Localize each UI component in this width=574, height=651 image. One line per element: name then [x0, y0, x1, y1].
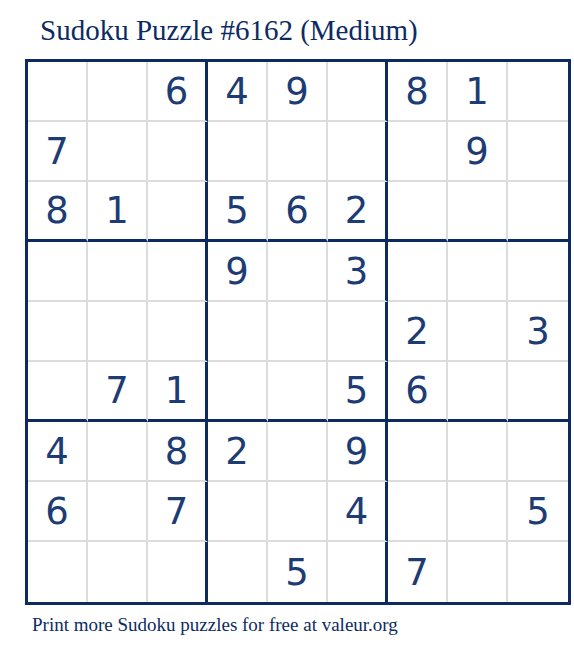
cell-r7c6[interactable]: 9 [328, 422, 388, 482]
given-digit: 2 [225, 433, 249, 470]
cell-r5c3[interactable] [148, 302, 208, 362]
cell-r8c4[interactable] [208, 482, 268, 542]
cell-r1c8[interactable]: 1 [448, 62, 508, 122]
given-digit: 2 [345, 192, 369, 229]
given-digit: 8 [45, 192, 69, 229]
cell-r9c3[interactable] [148, 542, 208, 602]
given-digit: 3 [526, 313, 550, 350]
cell-r8c5[interactable] [268, 482, 328, 542]
cell-r6c6[interactable]: 5 [328, 362, 388, 422]
cell-r4c6[interactable]: 3 [328, 242, 388, 302]
cell-r9c7[interactable]: 7 [388, 542, 448, 602]
cell-r2c1[interactable]: 7 [28, 122, 88, 182]
cell-r8c8[interactable] [448, 482, 508, 542]
given-digit: 4 [45, 433, 69, 470]
cell-r6c1[interactable] [28, 362, 88, 422]
cell-r8c2[interactable] [88, 482, 148, 542]
footer-text: Print more Sudoku puzzles for free at va… [32, 614, 398, 636]
cell-r5c1[interactable] [28, 302, 88, 362]
given-digit: 5 [526, 493, 550, 530]
cell-r5c8[interactable] [448, 302, 508, 362]
cell-r8c1[interactable]: 6 [28, 482, 88, 542]
cell-r6c4[interactable] [208, 362, 268, 422]
cell-r7c5[interactable] [268, 422, 328, 482]
cell-r8c9[interactable]: 5 [508, 482, 568, 542]
given-digit: 4 [345, 493, 369, 530]
cell-r3c3[interactable] [148, 182, 208, 242]
cell-r4c3[interactable] [148, 242, 208, 302]
given-digit: 9 [345, 433, 369, 470]
puzzle-title: Sudoku Puzzle #6162 (Medium) [40, 14, 418, 47]
cell-r4c5[interactable] [268, 242, 328, 302]
cell-r6c3[interactable]: 1 [148, 362, 208, 422]
cell-r3c7[interactable] [388, 182, 448, 242]
cell-r3c8[interactable] [448, 182, 508, 242]
cell-r3c6[interactable]: 2 [328, 182, 388, 242]
cell-r6c7[interactable]: 6 [388, 362, 448, 422]
cell-r6c2[interactable]: 7 [88, 362, 148, 422]
cell-r9c4[interactable] [208, 542, 268, 602]
cell-r4c1[interactable] [28, 242, 88, 302]
cell-r1c9[interactable] [508, 62, 568, 122]
cell-r1c1[interactable] [28, 62, 88, 122]
cell-r9c1[interactable] [28, 542, 88, 602]
cell-r6c9[interactable] [508, 362, 568, 422]
cell-r3c2[interactable]: 1 [88, 182, 148, 242]
cell-r2c5[interactable] [268, 122, 328, 182]
cell-r3c5[interactable]: 6 [268, 182, 328, 242]
cell-r2c2[interactable] [88, 122, 148, 182]
given-digit: 5 [225, 192, 249, 229]
cell-r4c8[interactable] [448, 242, 508, 302]
cell-r2c8[interactable]: 9 [448, 122, 508, 182]
cell-r3c9[interactable] [508, 182, 568, 242]
given-digit: 7 [105, 372, 129, 409]
cell-r4c4[interactable]: 9 [208, 242, 268, 302]
cell-r7c3[interactable]: 8 [148, 422, 208, 482]
given-digit: 6 [405, 372, 429, 409]
cell-r1c4[interactable]: 4 [208, 62, 268, 122]
cell-r5c5[interactable] [268, 302, 328, 362]
given-digit: 3 [345, 253, 369, 290]
cell-r3c1[interactable]: 8 [28, 182, 88, 242]
cell-r4c9[interactable] [508, 242, 568, 302]
given-digit: 6 [285, 192, 309, 229]
cell-r3c4[interactable]: 5 [208, 182, 268, 242]
given-digit: 7 [45, 133, 69, 170]
given-digit: 7 [165, 493, 189, 530]
cell-r7c2[interactable] [88, 422, 148, 482]
cell-r2c4[interactable] [208, 122, 268, 182]
cell-r5c9[interactable]: 3 [508, 302, 568, 362]
given-digit: 6 [45, 493, 69, 530]
cell-r2c6[interactable] [328, 122, 388, 182]
cell-r4c2[interactable] [88, 242, 148, 302]
cell-r9c2[interactable] [88, 542, 148, 602]
cell-r7c4[interactable]: 2 [208, 422, 268, 482]
cell-r4c7[interactable] [388, 242, 448, 302]
cell-r7c7[interactable] [388, 422, 448, 482]
cell-r1c7[interactable]: 8 [388, 62, 448, 122]
cell-r9c8[interactable] [448, 542, 508, 602]
cell-r6c8[interactable] [448, 362, 508, 422]
cell-r5c4[interactable] [208, 302, 268, 362]
cell-r2c3[interactable] [148, 122, 208, 182]
cell-r6c5[interactable] [268, 362, 328, 422]
cell-r8c6[interactable]: 4 [328, 482, 388, 542]
given-digit: 2 [405, 313, 429, 350]
given-digit: 4 [225, 73, 249, 110]
cell-r7c1[interactable]: 4 [28, 422, 88, 482]
cell-r1c2[interactable] [88, 62, 148, 122]
given-digit: 9 [465, 133, 489, 170]
cell-r5c6[interactable] [328, 302, 388, 362]
cell-r8c3[interactable]: 7 [148, 482, 208, 542]
cell-r7c9[interactable] [508, 422, 568, 482]
cell-r1c6[interactable] [328, 62, 388, 122]
cell-r5c7[interactable]: 2 [388, 302, 448, 362]
cell-r9c6[interactable] [328, 542, 388, 602]
given-digit: 8 [165, 433, 189, 470]
cell-r2c7[interactable] [388, 122, 448, 182]
given-digit: 8 [405, 73, 429, 110]
given-digit: 7 [405, 554, 429, 591]
given-digit: 6 [165, 73, 189, 110]
given-digit: 9 [225, 253, 249, 290]
given-digit: 1 [465, 73, 489, 110]
cell-r8c7[interactable] [388, 482, 448, 542]
cell-r1c3[interactable]: 6 [148, 62, 208, 122]
given-digit: 1 [105, 192, 129, 229]
cell-r9c5[interactable]: 5 [268, 542, 328, 602]
given-digit: 9 [285, 73, 309, 110]
cell-r9c9[interactable] [508, 542, 568, 602]
sudoku-board: 649817981562932371564829674557 [25, 59, 571, 605]
given-digit: 5 [285, 554, 309, 591]
cell-r5c2[interactable] [88, 302, 148, 362]
cell-r2c9[interactable] [508, 122, 568, 182]
cell-r7c8[interactable] [448, 422, 508, 482]
given-digit: 1 [165, 372, 189, 409]
cell-r1c5[interactable]: 9 [268, 62, 328, 122]
given-digit: 5 [345, 372, 369, 409]
